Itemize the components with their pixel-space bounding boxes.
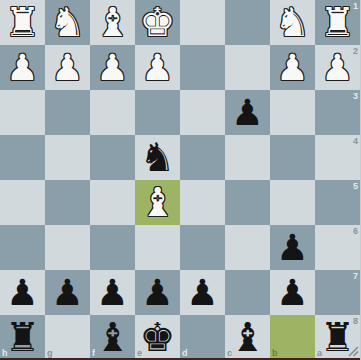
file-label-h: h bbox=[2, 349, 8, 358]
square-c8[interactable]: ♝c bbox=[225, 315, 270, 360]
square-f1[interactable]: ♝ bbox=[90, 0, 135, 45]
square-d6[interactable] bbox=[180, 225, 225, 270]
square-d4[interactable] bbox=[180, 135, 225, 180]
rank-label-8: 8 bbox=[353, 317, 358, 326]
square-a7[interactable]: 7 bbox=[315, 270, 360, 315]
square-e7[interactable]: ♟ bbox=[135, 270, 180, 315]
square-h5[interactable] bbox=[0, 180, 45, 225]
square-h6[interactable] bbox=[0, 225, 45, 270]
square-a4[interactable]: 4 bbox=[315, 135, 360, 180]
piece-black-king[interactable]: ♚ bbox=[140, 315, 176, 360]
square-e6[interactable] bbox=[135, 225, 180, 270]
square-e3[interactable] bbox=[135, 90, 180, 135]
square-c6[interactable] bbox=[225, 225, 270, 270]
square-h1[interactable]: ♜ bbox=[0, 0, 45, 45]
rank-label-4: 4 bbox=[353, 137, 358, 146]
square-g5[interactable] bbox=[45, 180, 90, 225]
square-f3[interactable] bbox=[90, 90, 135, 135]
square-h7[interactable]: ♟ bbox=[0, 270, 45, 315]
square-b6[interactable]: ♟ bbox=[270, 225, 315, 270]
square-b7[interactable]: ♟ bbox=[270, 270, 315, 315]
piece-black-pawn[interactable]: ♟ bbox=[96, 270, 128, 315]
square-e5[interactable]: ♝ bbox=[135, 180, 180, 225]
square-b5[interactable] bbox=[270, 180, 315, 225]
piece-black-pawn[interactable]: ♟ bbox=[276, 225, 308, 270]
square-b1[interactable]: ♞ bbox=[270, 0, 315, 45]
piece-white-pawn[interactable]: ♟ bbox=[276, 45, 308, 90]
square-g3[interactable] bbox=[45, 90, 90, 135]
square-c2[interactable] bbox=[225, 45, 270, 90]
square-e1[interactable]: ♚ bbox=[135, 0, 180, 45]
square-f4[interactable] bbox=[90, 135, 135, 180]
rank-label-1: 1 bbox=[353, 2, 358, 11]
square-h8[interactable]: ♜h bbox=[0, 315, 45, 360]
square-f7[interactable]: ♟ bbox=[90, 270, 135, 315]
square-c3[interactable]: ♟ bbox=[225, 90, 270, 135]
rank-label-3: 3 bbox=[353, 92, 358, 101]
square-d8[interactable]: d bbox=[180, 315, 225, 360]
square-f5[interactable] bbox=[90, 180, 135, 225]
piece-black-bishop[interactable]: ♝ bbox=[230, 315, 266, 360]
square-a1[interactable]: ♜1 bbox=[315, 0, 360, 45]
square-g4[interactable] bbox=[45, 135, 90, 180]
square-b4[interactable] bbox=[270, 135, 315, 180]
file-label-a: a bbox=[317, 349, 322, 358]
piece-white-bishop[interactable]: ♝ bbox=[140, 180, 176, 225]
piece-black-pawn[interactable]: ♟ bbox=[276, 270, 308, 315]
piece-black-pawn[interactable]: ♟ bbox=[231, 90, 263, 135]
piece-white-knight[interactable]: ♞ bbox=[50, 0, 86, 45]
rank-label-5: 5 bbox=[353, 182, 358, 191]
square-h3[interactable] bbox=[0, 90, 45, 135]
square-g8[interactable]: g bbox=[45, 315, 90, 360]
square-a6[interactable]: 6 bbox=[315, 225, 360, 270]
square-a2[interactable]: ♟2 bbox=[315, 45, 360, 90]
square-f8[interactable]: ♝f bbox=[90, 315, 135, 360]
piece-black-knight[interactable]: ♞ bbox=[140, 135, 176, 180]
square-b2[interactable]: ♟ bbox=[270, 45, 315, 90]
piece-white-pawn[interactable]: ♟ bbox=[321, 45, 353, 90]
file-label-g: g bbox=[47, 349, 53, 358]
square-b3[interactable] bbox=[270, 90, 315, 135]
rank-label-6: 6 bbox=[353, 227, 358, 236]
square-d3[interactable] bbox=[180, 90, 225, 135]
square-g1[interactable]: ♞ bbox=[45, 0, 90, 45]
piece-white-pawn[interactable]: ♟ bbox=[6, 45, 38, 90]
square-c1[interactable] bbox=[225, 0, 270, 45]
piece-black-bishop[interactable]: ♝ bbox=[95, 315, 131, 360]
square-f2[interactable]: ♟ bbox=[90, 45, 135, 90]
square-b8[interactable]: b bbox=[270, 315, 315, 360]
piece-black-pawn[interactable]: ♟ bbox=[186, 270, 218, 315]
square-a3[interactable]: 3 bbox=[315, 90, 360, 135]
piece-white-rook[interactable]: ♜ bbox=[320, 0, 356, 45]
file-label-b: b bbox=[272, 349, 278, 358]
square-d2[interactable] bbox=[180, 45, 225, 90]
piece-white-king[interactable]: ♚ bbox=[140, 0, 176, 45]
file-label-d: d bbox=[182, 349, 188, 358]
square-c4[interactable] bbox=[225, 135, 270, 180]
square-e4[interactable]: ♞ bbox=[135, 135, 180, 180]
piece-white-pawn[interactable]: ♟ bbox=[51, 45, 83, 90]
square-g6[interactable] bbox=[45, 225, 90, 270]
piece-black-pawn[interactable]: ♟ bbox=[141, 270, 173, 315]
square-c7[interactable] bbox=[225, 270, 270, 315]
file-label-c: c bbox=[227, 349, 232, 358]
file-label-e: e bbox=[137, 349, 142, 358]
square-e2[interactable]: ♟ bbox=[135, 45, 180, 90]
rank-label-2: 2 bbox=[353, 47, 358, 56]
piece-black-rook[interactable]: ♜ bbox=[5, 315, 41, 360]
piece-white-pawn[interactable]: ♟ bbox=[141, 45, 173, 90]
piece-white-pawn[interactable]: ♟ bbox=[96, 45, 128, 90]
square-d7[interactable]: ♟ bbox=[180, 270, 225, 315]
square-f6[interactable] bbox=[90, 225, 135, 270]
piece-white-rook[interactable]: ♜ bbox=[5, 0, 41, 45]
square-h2[interactable]: ♟ bbox=[0, 45, 45, 90]
square-g7[interactable]: ♟ bbox=[45, 270, 90, 315]
resize-handle-icon[interactable] bbox=[348, 346, 359, 357]
square-g2[interactable]: ♟ bbox=[45, 45, 90, 90]
square-c5[interactable] bbox=[225, 180, 270, 225]
square-e8[interactable]: ♚e bbox=[135, 315, 180, 360]
chess-board[interactable]: ♜♞♝♚♞♜1♟♟♟♟♟♟2♟3♞4♝5♟6♟♟♟♟♟♟7♜hg♝f♚ed♝cb… bbox=[0, 0, 361, 360]
piece-black-pawn[interactable]: ♟ bbox=[6, 270, 38, 315]
piece-white-bishop[interactable]: ♝ bbox=[95, 0, 131, 45]
square-d1[interactable] bbox=[180, 0, 225, 45]
piece-black-pawn[interactable]: ♟ bbox=[51, 270, 83, 315]
piece-white-knight[interactable]: ♞ bbox=[275, 0, 311, 45]
file-label-f: f bbox=[92, 349, 95, 358]
square-d5[interactable] bbox=[180, 180, 225, 225]
rank-label-7: 7 bbox=[353, 272, 358, 281]
square-h4[interactable] bbox=[0, 135, 45, 180]
square-a5[interactable]: 5 bbox=[315, 180, 360, 225]
